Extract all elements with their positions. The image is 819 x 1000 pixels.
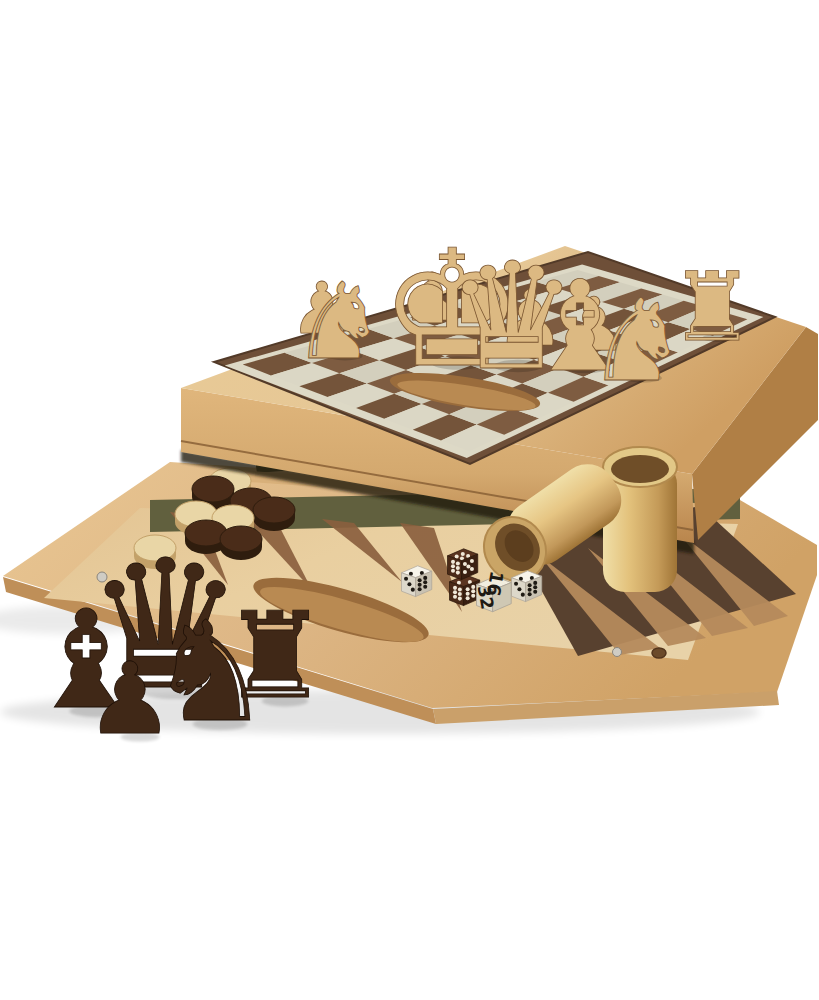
dark-piece-pawn: ♟: [86, 641, 175, 756]
light-piece-knight: ♞: [292, 260, 387, 383]
svg-text:♟: ♟: [86, 641, 175, 756]
light-pieces: ♟♟♜♟♟♞♚♛♝♞: [290, 216, 755, 407]
metal-dot: [613, 648, 622, 657]
checker-dark: [253, 497, 295, 531]
svg-text:♞: ♞: [586, 275, 688, 407]
cube-front-number: 32: [474, 584, 498, 611]
svg-text:♞: ♞: [292, 260, 387, 383]
wood-knot: [652, 648, 666, 658]
product-photo-stage: ♟♟♜♟♟♞♚♛♝♞1632♛♜♝♞♟: [0, 0, 819, 1000]
light-piece-knight: ♞: [586, 275, 688, 407]
game-set-scene: ♟♟♜♟♟♞♚♛♝♞1632♛♜♝♞♟: [0, 0, 819, 1000]
